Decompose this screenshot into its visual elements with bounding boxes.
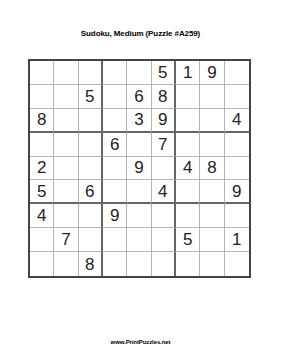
cell-r7c2[interactable] xyxy=(54,204,78,228)
cell-r8c6[interactable] xyxy=(152,228,176,252)
cell-r5c8[interactable]: 8 xyxy=(200,157,224,181)
cell-r9c9[interactable] xyxy=(225,252,249,276)
cell-r7c4[interactable]: 9 xyxy=(103,204,127,228)
cell-r6c4[interactable] xyxy=(103,180,127,204)
cell-r4c5[interactable] xyxy=(127,133,151,157)
cell-r2c8[interactable] xyxy=(200,85,224,109)
cell-r1c8[interactable]: 9 xyxy=(200,61,224,85)
cell-r6c9[interactable]: 9 xyxy=(225,180,249,204)
cell-r7c1[interactable]: 4 xyxy=(30,204,54,228)
cell-r7c5[interactable] xyxy=(127,204,151,228)
cell-r5c4[interactable] xyxy=(103,157,127,181)
cell-r6c6[interactable]: 4 xyxy=(152,180,176,204)
cell-r3c9[interactable]: 4 xyxy=(225,109,249,133)
cell-r5c1[interactable]: 2 xyxy=(30,157,54,181)
cell-r4c9[interactable] xyxy=(225,133,249,157)
cell-r8c5[interactable] xyxy=(127,228,151,252)
cell-r3c8[interactable] xyxy=(200,109,224,133)
cell-r3c2[interactable] xyxy=(54,109,78,133)
cell-r6c2[interactable] xyxy=(54,180,78,204)
cell-r4c1[interactable] xyxy=(30,133,54,157)
cell-r3c5[interactable]: 3 xyxy=(127,109,151,133)
cell-r9c7[interactable] xyxy=(176,252,200,276)
cell-r8c2[interactable]: 7 xyxy=(54,228,78,252)
cell-r3c3[interactable] xyxy=(79,109,103,133)
cell-r6c7[interactable] xyxy=(176,180,200,204)
cell-r9c1[interactable] xyxy=(30,252,54,276)
cell-r2c6[interactable]: 8 xyxy=(152,85,176,109)
cell-r3c4[interactable] xyxy=(103,109,127,133)
cell-r1c7[interactable]: 1 xyxy=(176,61,200,85)
cell-r9c2[interactable] xyxy=(54,252,78,276)
cell-r1c2[interactable] xyxy=(54,61,78,85)
cell-r2c2[interactable] xyxy=(54,85,78,109)
cell-r2c3[interactable]: 5 xyxy=(79,85,103,109)
sudoku-board: 51956883946729485649497518 xyxy=(28,59,251,278)
cell-r1c5[interactable] xyxy=(127,61,151,85)
cell-r4c2[interactable] xyxy=(54,133,78,157)
cell-r5c6[interactable] xyxy=(152,157,176,181)
cell-r4c4[interactable]: 6 xyxy=(103,133,127,157)
cell-r9c4[interactable] xyxy=(103,252,127,276)
cell-r2c5[interactable]: 6 xyxy=(127,85,151,109)
cell-r5c3[interactable] xyxy=(79,157,103,181)
cell-r7c9[interactable] xyxy=(225,204,249,228)
cell-r6c8[interactable] xyxy=(200,180,224,204)
cell-r8c8[interactable] xyxy=(200,228,224,252)
puzzle-title: Sudoku, Medium (Puzzle #A259) xyxy=(0,29,281,38)
cell-r1c3[interactable] xyxy=(79,61,103,85)
cell-r1c1[interactable] xyxy=(30,61,54,85)
cell-r5c2[interactable] xyxy=(54,157,78,181)
cell-r2c7[interactable] xyxy=(176,85,200,109)
cell-r9c8[interactable] xyxy=(200,252,224,276)
cell-r8c3[interactable] xyxy=(79,228,103,252)
cell-r5c7[interactable]: 4 xyxy=(176,157,200,181)
cell-r1c9[interactable] xyxy=(225,61,249,85)
cell-r6c5[interactable] xyxy=(127,180,151,204)
cell-r7c3[interactable] xyxy=(79,204,103,228)
cell-r4c6[interactable]: 7 xyxy=(152,133,176,157)
cell-r4c7[interactable] xyxy=(176,133,200,157)
cell-r6c3[interactable]: 6 xyxy=(79,180,103,204)
cell-r9c5[interactable] xyxy=(127,252,151,276)
cell-r3c1[interactable]: 8 xyxy=(30,109,54,133)
cell-r2c9[interactable] xyxy=(225,85,249,109)
footer-url: www.PrintPuzzles.net xyxy=(0,339,281,345)
cell-r9c3[interactable]: 8 xyxy=(79,252,103,276)
cell-r6c1[interactable]: 5 xyxy=(30,180,54,204)
cell-r7c6[interactable] xyxy=(152,204,176,228)
cell-r8c4[interactable] xyxy=(103,228,127,252)
cell-r3c6[interactable]: 9 xyxy=(152,109,176,133)
cell-r1c4[interactable] xyxy=(103,61,127,85)
cell-r5c5[interactable]: 9 xyxy=(127,157,151,181)
cell-r3c7[interactable] xyxy=(176,109,200,133)
cell-r2c1[interactable] xyxy=(30,85,54,109)
cell-r2c4[interactable] xyxy=(103,85,127,109)
cell-r9c6[interactable] xyxy=(152,252,176,276)
cell-r4c3[interactable] xyxy=(79,133,103,157)
cell-r8c7[interactable]: 5 xyxy=(176,228,200,252)
cell-r7c8[interactable] xyxy=(200,204,224,228)
cell-r7c7[interactable] xyxy=(176,204,200,228)
cell-r1c6[interactable]: 5 xyxy=(152,61,176,85)
cell-r5c9[interactable] xyxy=(225,157,249,181)
cell-r8c9[interactable]: 1 xyxy=(225,228,249,252)
cell-r8c1[interactable] xyxy=(30,228,54,252)
cell-r4c8[interactable] xyxy=(200,133,224,157)
